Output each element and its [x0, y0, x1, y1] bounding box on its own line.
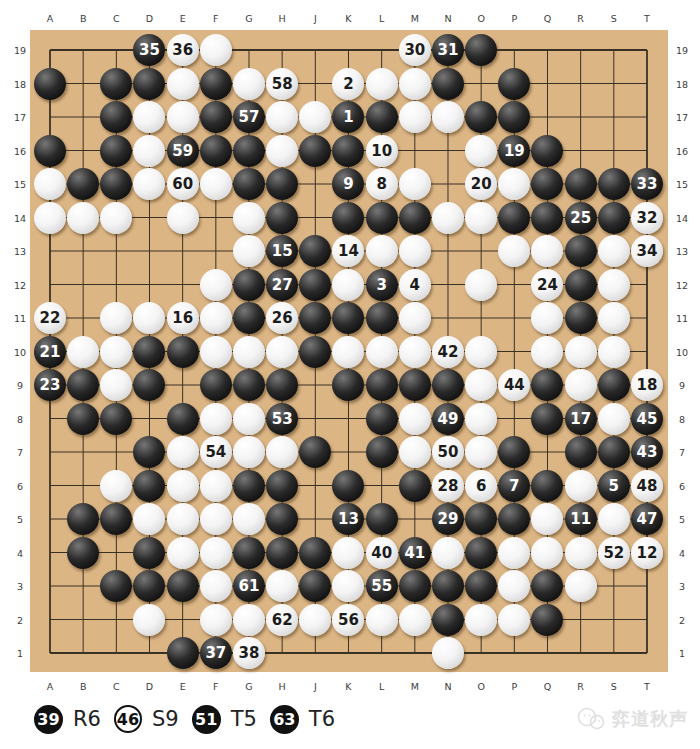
stone-black-N9 — [432, 369, 464, 401]
intersection-S16[interactable] — [597, 134, 630, 167]
intersection-R19[interactable] — [564, 34, 597, 67]
intersection-B3[interactable] — [67, 570, 100, 603]
intersection-E2[interactable] — [166, 603, 199, 636]
stone-white-E19-move-36: 36 — [167, 34, 199, 66]
caption-white-stone-46: 46 — [114, 705, 142, 733]
stone-black-D18 — [133, 68, 165, 100]
intersection-R1[interactable] — [564, 637, 597, 670]
stone-black-L17 — [366, 101, 398, 133]
stone-black-O3 — [465, 570, 497, 602]
row-label-right-2: 2 — [679, 614, 685, 625]
intersection-M16[interactable] — [398, 134, 431, 167]
stone-white-G14 — [233, 202, 265, 234]
stone-white-N7-move-50: 50 — [432, 436, 464, 468]
stone-white-G7 — [233, 436, 265, 468]
row-label-left-4: 4 — [17, 547, 23, 558]
intersection-S19[interactable] — [597, 34, 630, 67]
intersection-B6[interactable] — [67, 469, 100, 502]
intersection-Q17[interactable] — [531, 101, 564, 134]
caption-coord-T6: T6 — [309, 707, 335, 731]
stone-white-H7 — [266, 436, 298, 468]
stone-black-R5-move-11: 11 — [565, 503, 597, 535]
intersection-B2[interactable] — [67, 603, 100, 636]
caption-coord-S9: S9 — [152, 707, 179, 731]
col-label-bottom-H: H — [279, 681, 286, 692]
intersection-J18[interactable] — [299, 67, 332, 100]
stone-white-T4-move-12: 12 — [631, 537, 663, 569]
stone-black-B15 — [67, 168, 99, 200]
stone-black-F9 — [200, 369, 232, 401]
row-label-right-6: 6 — [679, 480, 685, 491]
intersection-K7[interactable] — [332, 436, 365, 469]
row-label-left-18: 18 — [14, 78, 26, 89]
watermark-text: 弈道秋声 — [612, 707, 688, 731]
col-label-top-T: T — [644, 13, 650, 24]
intersection-P19[interactable] — [498, 34, 531, 67]
col-label-bottom-C: C — [113, 681, 120, 692]
stone-white-F8 — [200, 403, 232, 435]
stone-black-G16 — [233, 135, 265, 167]
stone-white-K18-move-2: 2 — [332, 68, 364, 100]
stone-black-A10-move-21: 21 — [34, 336, 66, 368]
intersection-D14[interactable] — [133, 201, 166, 234]
stone-white-F3 — [200, 570, 232, 602]
stone-white-S12 — [598, 269, 630, 301]
intersection-C12[interactable] — [100, 268, 133, 301]
intersection-D8[interactable] — [133, 402, 166, 435]
stone-white-E11-move-16: 16 — [167, 302, 199, 334]
intersection-A5[interactable] — [34, 503, 67, 536]
stone-black-N19-move-31: 31 — [432, 34, 464, 66]
stone-black-A9-move-23: 23 — [34, 369, 66, 401]
intersection-C1[interactable] — [100, 637, 133, 670]
intersection-B12[interactable] — [67, 268, 100, 301]
caption-entry-move-46: 46S9 — [114, 705, 179, 733]
stone-white-K12 — [332, 269, 364, 301]
intersection-L1[interactable] — [365, 637, 398, 670]
stone-white-E15-move-60: 60 — [167, 168, 199, 200]
stone-white-F10 — [200, 336, 232, 368]
stone-white-H3 — [266, 570, 298, 602]
intersection-O1[interactable] — [465, 637, 498, 670]
intersection-A12[interactable] — [34, 268, 67, 301]
row-label-left-6: 6 — [17, 480, 23, 491]
caption-entry-move-51: 51T5 — [192, 705, 257, 734]
intersection-N15[interactable] — [431, 168, 464, 201]
row-label-left-17: 17 — [14, 112, 26, 123]
stone-black-P6-move-7: 7 — [498, 470, 530, 502]
stone-white-F11 — [200, 302, 232, 334]
stone-white-G5 — [233, 503, 265, 535]
intersection-A6[interactable] — [34, 469, 67, 502]
stone-white-L10 — [366, 336, 398, 368]
intersection-M5[interactable] — [398, 503, 431, 536]
row-label-left-12: 12 — [14, 279, 26, 290]
row-label-left-2: 2 — [17, 614, 23, 625]
intersection-D13[interactable] — [133, 235, 166, 268]
stone-black-C16 — [100, 135, 132, 167]
stone-white-Q12-move-24: 24 — [531, 269, 563, 301]
caption-coord-R6: R6 — [73, 707, 101, 731]
row-label-left-3: 3 — [17, 581, 23, 592]
stone-black-H15 — [266, 168, 298, 200]
stone-black-O4 — [465, 537, 497, 569]
col-label-top-D: D — [146, 13, 153, 24]
stone-black-H4 — [266, 537, 298, 569]
intersection-O11[interactable] — [465, 302, 498, 335]
intersection-O18[interactable] — [465, 67, 498, 100]
stone-white-O14 — [465, 202, 497, 234]
intersection-M1[interactable] — [398, 637, 431, 670]
stone-black-N18 — [432, 68, 464, 100]
row-label-right-7: 7 — [679, 447, 685, 458]
stone-black-O5 — [465, 503, 497, 535]
intersection-E12[interactable] — [166, 268, 199, 301]
stone-black-A18 — [34, 68, 66, 100]
row-label-right-15: 15 — [676, 179, 688, 190]
col-label-bottom-K: K — [345, 681, 351, 692]
intersection-A8[interactable] — [34, 402, 67, 435]
stone-black-R7 — [565, 436, 597, 468]
stone-white-P4 — [498, 537, 530, 569]
intersection-C13[interactable] — [100, 235, 133, 268]
intersection-C4[interactable] — [100, 536, 133, 569]
col-label-bottom-G: G — [245, 681, 252, 692]
stone-black-T8-move-45: 45 — [631, 403, 663, 435]
stone-black-G3-move-61: 61 — [233, 570, 265, 602]
intersection-P12[interactable] — [498, 268, 531, 301]
stone-black-H9 — [266, 369, 298, 401]
stone-white-D2 — [133, 604, 165, 636]
intersection-R18[interactable] — [564, 67, 597, 100]
intersection-J15[interactable] — [299, 168, 332, 201]
col-label-top-P: P — [511, 13, 517, 24]
intersection-J6[interactable] — [299, 469, 332, 502]
col-label-bottom-P: P — [511, 681, 517, 692]
intersection-P11[interactable] — [498, 302, 531, 335]
stone-black-G12 — [233, 269, 265, 301]
intersection-P1[interactable] — [498, 637, 531, 670]
col-label-top-O: O — [477, 13, 484, 24]
stone-white-R9 — [565, 369, 597, 401]
row-label-right-16: 16 — [676, 145, 688, 156]
stone-white-M19-move-30: 30 — [399, 34, 431, 66]
intersection-T2[interactable] — [630, 603, 663, 636]
stone-black-L14 — [366, 202, 398, 234]
intersection-P10[interactable] — [498, 335, 531, 368]
intersection-B19[interactable] — [67, 34, 100, 67]
intersection-A3[interactable] — [34, 570, 67, 603]
row-label-right-4: 4 — [679, 547, 685, 558]
intersection-Q19[interactable] — [531, 34, 564, 67]
stone-black-L9 — [366, 369, 398, 401]
stone-black-L3-move-55: 55 — [366, 570, 398, 602]
intersection-A4[interactable] — [34, 536, 67, 569]
stone-white-B14 — [67, 202, 99, 234]
stone-white-M13 — [399, 235, 431, 267]
stone-white-O2 — [465, 604, 497, 636]
stone-black-S15 — [598, 168, 630, 200]
stone-white-E14 — [167, 202, 199, 234]
caption-black-stone-63: 63 — [270, 705, 299, 734]
stone-black-R15 — [565, 168, 597, 200]
stone-black-F16 — [200, 135, 232, 167]
stone-black-H12-move-27: 27 — [266, 269, 298, 301]
intersection-T19[interactable] — [630, 34, 663, 67]
intersection-Q1[interactable] — [531, 637, 564, 670]
stone-black-B8 — [67, 403, 99, 435]
intersection-J19[interactable] — [299, 34, 332, 67]
stone-black-M4-move-41: 41 — [399, 537, 431, 569]
watermark: 弈道秋声 — [576, 706, 688, 732]
stone-white-N17 — [432, 101, 464, 133]
stone-white-M7 — [399, 436, 431, 468]
intersection-A7[interactable] — [34, 436, 67, 469]
intersection-H19[interactable] — [266, 34, 299, 67]
col-label-top-S: S — [611, 13, 617, 24]
intersection-R16[interactable] — [564, 134, 597, 167]
col-label-top-A: A — [47, 13, 54, 24]
stone-black-E1 — [167, 637, 199, 669]
stone-white-N4 — [432, 537, 464, 569]
intersection-Q7[interactable] — [531, 436, 564, 469]
stone-white-G2 — [233, 604, 265, 636]
stone-black-K14 — [332, 202, 364, 234]
col-label-bottom-M: M — [411, 681, 419, 692]
col-label-bottom-Q: Q — [544, 681, 551, 692]
stone-black-H5 — [266, 503, 298, 535]
stone-black-G11 — [233, 302, 265, 334]
stone-white-F6 — [200, 470, 232, 502]
stone-black-S9 — [598, 369, 630, 401]
stone-black-B5 — [67, 503, 99, 535]
intersection-B13[interactable] — [67, 235, 100, 268]
stone-white-O6-move-6: 6 — [465, 470, 497, 502]
row-label-left-9: 9 — [17, 380, 23, 391]
stone-white-O15-move-20: 20 — [465, 168, 497, 200]
go-diagram-page: 3536303158257159101960982033253215143427… — [0, 0, 700, 749]
stone-white-E7 — [167, 436, 199, 468]
intersection-A1[interactable] — [34, 637, 67, 670]
intersection-S3[interactable] — [597, 570, 630, 603]
intersection-N13[interactable] — [431, 235, 464, 268]
stone-black-D6 — [133, 470, 165, 502]
intersection-K1[interactable] — [332, 637, 365, 670]
stone-black-P16-move-19: 19 — [498, 135, 530, 167]
stone-black-R8-move-17: 17 — [565, 403, 597, 435]
stone-white-A15 — [34, 168, 66, 200]
row-label-left-19: 19 — [14, 45, 26, 56]
stone-black-G9 — [233, 369, 265, 401]
intersection-A13[interactable] — [34, 235, 67, 268]
intersection-L19[interactable] — [365, 34, 398, 67]
stone-white-N10-move-42: 42 — [432, 336, 464, 368]
intersection-T3[interactable] — [630, 570, 663, 603]
stone-black-A16 — [34, 135, 66, 167]
intersection-S17[interactable] — [597, 101, 630, 134]
stone-white-G18 — [233, 68, 265, 100]
stone-black-J10 — [299, 336, 331, 368]
intersection-S1[interactable] — [597, 637, 630, 670]
intersection-K19[interactable] — [332, 34, 365, 67]
intersection-E13[interactable] — [166, 235, 199, 268]
intersection-D1[interactable] — [133, 637, 166, 670]
intersection-S2[interactable] — [597, 603, 630, 636]
intersection-R2[interactable] — [564, 603, 597, 636]
row-label-left-7: 7 — [17, 447, 23, 458]
caption-black-stone-51: 51 — [192, 705, 221, 734]
row-label-right-10: 10 — [676, 346, 688, 357]
col-label-top-R: R — [577, 13, 584, 24]
intersection-T10[interactable] — [630, 335, 663, 368]
intersection-B11[interactable] — [67, 302, 100, 335]
intersection-J9[interactable] — [299, 369, 332, 402]
intersection-F13[interactable] — [199, 235, 232, 268]
intersection-B16[interactable] — [67, 134, 100, 167]
move-footnote-caption: 39R646S951T563T6 — [34, 701, 335, 737]
intersection-H1[interactable] — [266, 637, 299, 670]
stone-white-S10 — [598, 336, 630, 368]
intersection-S18[interactable] — [597, 67, 630, 100]
stone-white-K4 — [332, 537, 364, 569]
intersection-T1[interactable] — [630, 637, 663, 670]
intersection-C2[interactable] — [100, 603, 133, 636]
intersection-Q18[interactable] — [531, 67, 564, 100]
stone-white-E17 — [167, 101, 199, 133]
intersection-C7[interactable] — [100, 436, 133, 469]
stone-white-L2 — [366, 604, 398, 636]
stone-white-K10 — [332, 336, 364, 368]
stone-black-G15 — [233, 168, 265, 200]
stone-black-F1-move-37: 37 — [200, 637, 232, 669]
stone-white-R10 — [565, 336, 597, 368]
stone-white-L13 — [366, 235, 398, 267]
intersection-K8[interactable] — [332, 402, 365, 435]
intersection-N12[interactable] — [431, 268, 464, 301]
intersection-J14[interactable] — [299, 201, 332, 234]
row-label-right-11: 11 — [676, 313, 688, 324]
stone-white-D16 — [133, 135, 165, 167]
stone-white-H16 — [266, 135, 298, 167]
stone-black-S7 — [598, 436, 630, 468]
intersection-B18[interactable] — [67, 67, 100, 100]
intersection-A19[interactable] — [34, 34, 67, 67]
intersection-D12[interactable] — [133, 268, 166, 301]
stone-white-A14 — [34, 202, 66, 234]
intersection-T17[interactable] — [630, 101, 663, 134]
stone-black-L12-move-3: 3 — [366, 269, 398, 301]
intersection-P8[interactable] — [498, 402, 531, 435]
intersection-R17[interactable] — [564, 101, 597, 134]
stone-black-Q2 — [531, 604, 563, 636]
stone-white-N14 — [432, 202, 464, 234]
stone-white-O16 — [465, 135, 497, 167]
stone-white-S8 — [598, 403, 630, 435]
col-label-bottom-F: F — [213, 681, 218, 692]
col-label-top-F: F — [213, 13, 218, 24]
stone-black-H14 — [266, 202, 298, 234]
stone-white-O12 — [465, 269, 497, 301]
stone-white-P2 — [498, 604, 530, 636]
stone-white-F7-move-54: 54 — [200, 436, 232, 468]
intersection-T18[interactable] — [630, 67, 663, 100]
stone-white-S13 — [598, 235, 630, 267]
intersection-C19[interactable] — [100, 34, 133, 67]
stone-white-A11-move-22: 22 — [34, 302, 66, 334]
col-label-bottom-J: J — [314, 681, 317, 692]
row-label-left-13: 13 — [14, 246, 26, 257]
stone-white-G1-move-38: 38 — [233, 637, 265, 669]
intersection-T16[interactable] — [630, 134, 663, 167]
stone-white-M17 — [399, 101, 431, 133]
stone-black-N3 — [432, 570, 464, 602]
intersection-O13[interactable] — [465, 235, 498, 268]
stone-black-J16 — [299, 135, 331, 167]
row-label-right-13: 13 — [676, 246, 688, 257]
row-label-right-1: 1 — [679, 648, 685, 659]
stone-white-M10 — [399, 336, 431, 368]
intersection-B7[interactable] — [67, 436, 100, 469]
stone-black-H8-move-53: 53 — [266, 403, 298, 435]
intersection-J5[interactable] — [299, 503, 332, 536]
col-label-top-H: H — [279, 13, 286, 24]
col-label-bottom-A: A — [47, 681, 54, 692]
row-label-right-5: 5 — [679, 514, 685, 525]
stone-white-M11 — [399, 302, 431, 334]
intersection-E9[interactable] — [166, 369, 199, 402]
go-board: 3536303158257159101960982033253215143427… — [30, 30, 668, 672]
intersection-A17[interactable] — [34, 101, 67, 134]
stone-white-L4-move-40: 40 — [366, 537, 398, 569]
intersection-F14[interactable] — [199, 201, 232, 234]
stone-white-F4 — [200, 537, 232, 569]
stone-black-T5-move-47: 47 — [631, 503, 663, 535]
intersection-A2[interactable] — [34, 603, 67, 636]
stone-black-D4 — [133, 537, 165, 569]
intersection-T12[interactable] — [630, 268, 663, 301]
row-label-left-15: 15 — [14, 179, 26, 190]
stone-black-P14 — [498, 202, 530, 234]
intersection-B1[interactable] — [67, 637, 100, 670]
stone-white-Q4 — [531, 537, 563, 569]
caption-entry-move-63: 63T6 — [270, 705, 335, 734]
intersection-L6[interactable] — [365, 469, 398, 502]
stone-black-F18 — [200, 68, 232, 100]
intersection-J8[interactable] — [299, 402, 332, 435]
col-label-bottom-N: N — [444, 681, 451, 692]
stone-white-F19 — [200, 34, 232, 66]
stone-white-E18 — [167, 68, 199, 100]
stone-white-F15 — [200, 168, 232, 200]
intersection-T11[interactable] — [630, 302, 663, 335]
intersection-N11[interactable] — [431, 302, 464, 335]
row-label-right-3: 3 — [679, 581, 685, 592]
stone-black-N2 — [432, 604, 464, 636]
stone-white-G10 — [233, 336, 265, 368]
intersection-J1[interactable] — [299, 637, 332, 670]
intersection-G19[interactable] — [232, 34, 265, 67]
stone-white-O7 — [465, 436, 497, 468]
stone-white-F5 — [200, 503, 232, 535]
col-label-bottom-B: B — [80, 681, 87, 692]
stone-black-O19 — [465, 34, 497, 66]
row-label-left-1: 1 — [17, 648, 23, 659]
stone-black-H6 — [266, 470, 298, 502]
intersection-N16[interactable] — [431, 134, 464, 167]
stone-black-C8 — [100, 403, 132, 435]
intersection-B17[interactable] — [67, 101, 100, 134]
stone-black-K16 — [332, 135, 364, 167]
